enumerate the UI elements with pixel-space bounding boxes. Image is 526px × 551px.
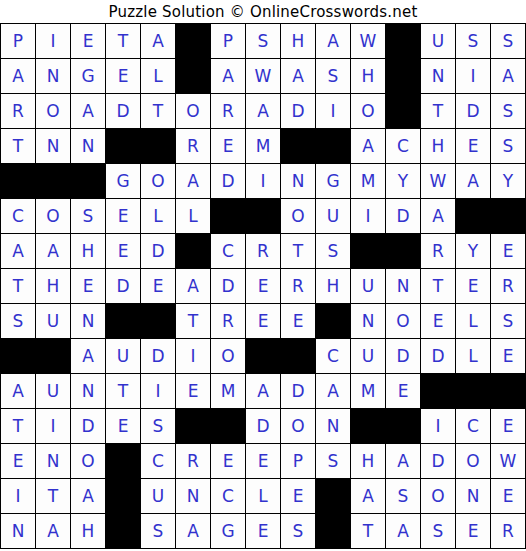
black-cell <box>316 514 351 549</box>
letter-cell: E <box>246 514 281 549</box>
letter-cell: E <box>211 129 246 164</box>
crossword-grid: PIETAPSHAWUSSANGELAWASHNIAROADTORADIOTDS… <box>0 23 526 549</box>
letter-cell: E <box>491 234 526 269</box>
black-cell <box>386 24 421 59</box>
black-cell <box>386 234 421 269</box>
letter-cell: R <box>211 304 246 339</box>
letter-cell: A <box>351 129 386 164</box>
letter-cell: A <box>1 374 36 409</box>
letter-cell: A <box>281 59 316 94</box>
letter-cell: S <box>141 514 176 549</box>
letter-cell: S <box>1 304 36 339</box>
letter-cell: I <box>176 339 211 374</box>
black-cell <box>386 409 421 444</box>
letter-cell: I <box>246 164 281 199</box>
letter-cell: H <box>351 59 386 94</box>
letter-cell: L <box>141 59 176 94</box>
letter-cell: I <box>36 409 71 444</box>
letter-cell: A <box>71 94 106 129</box>
letter-cell: N <box>316 409 351 444</box>
letter-cell: S <box>316 444 351 479</box>
letter-cell: T <box>281 234 316 269</box>
letter-cell: A <box>176 164 211 199</box>
letter-cell: A <box>141 24 176 59</box>
letter-cell: G <box>316 164 351 199</box>
letter-cell: I <box>141 374 176 409</box>
letter-cell: S <box>141 409 176 444</box>
letter-cell: D <box>71 409 106 444</box>
letter-cell: O <box>141 164 176 199</box>
letter-cell: E <box>491 479 526 514</box>
letter-cell: E <box>456 514 491 549</box>
black-cell <box>106 129 141 164</box>
letter-cell: L <box>246 479 281 514</box>
black-cell <box>71 164 106 199</box>
letter-cell: D <box>106 269 141 304</box>
letter-cell: S <box>491 129 526 164</box>
letter-cell: N <box>36 129 71 164</box>
black-cell <box>141 304 176 339</box>
letter-cell: E <box>386 374 421 409</box>
letter-cell: A <box>246 94 281 129</box>
letter-cell: H <box>281 24 316 59</box>
black-cell <box>491 199 526 234</box>
letter-cell: D <box>281 94 316 129</box>
letter-cell: P <box>211 24 246 59</box>
letter-cell: E <box>71 24 106 59</box>
letter-cell: O <box>281 199 316 234</box>
letter-cell: E <box>246 304 281 339</box>
letter-cell: U <box>141 479 176 514</box>
black-cell <box>106 479 141 514</box>
black-cell <box>386 59 421 94</box>
black-cell <box>246 339 281 374</box>
letter-cell: R <box>491 269 526 304</box>
letter-cell: H <box>316 269 351 304</box>
letter-cell: T <box>1 409 36 444</box>
letter-cell: O <box>71 444 106 479</box>
letter-cell: C <box>386 129 421 164</box>
letter-cell: O <box>421 479 456 514</box>
letter-cell: S <box>456 24 491 59</box>
letter-cell: E <box>246 444 281 479</box>
letter-cell: I <box>421 409 456 444</box>
letter-cell: N <box>71 374 106 409</box>
letter-cell: N <box>281 164 316 199</box>
letter-cell: W <box>351 24 386 59</box>
letter-cell: A <box>246 374 281 409</box>
letter-cell: U <box>36 374 71 409</box>
letter-cell: S <box>491 24 526 59</box>
letter-cell: R <box>176 129 211 164</box>
letter-cell: R <box>1 94 36 129</box>
black-cell <box>211 199 246 234</box>
letter-cell: O <box>386 304 421 339</box>
letter-cell: L <box>456 339 491 374</box>
letter-cell: H <box>36 269 71 304</box>
letter-cell: A <box>316 374 351 409</box>
letter-cell: E <box>246 269 281 304</box>
letter-cell: S <box>281 514 316 549</box>
letter-cell: E <box>106 234 141 269</box>
letter-cell: L <box>176 199 211 234</box>
black-cell <box>456 199 491 234</box>
letter-cell: A <box>1 234 36 269</box>
black-cell <box>351 409 386 444</box>
letter-cell: N <box>71 129 106 164</box>
letter-cell: L <box>141 199 176 234</box>
letter-cell: A <box>386 444 421 479</box>
letter-cell: S <box>316 59 351 94</box>
letter-cell: Y <box>456 234 491 269</box>
letter-cell: U <box>351 269 386 304</box>
black-cell <box>211 409 246 444</box>
letter-cell: R <box>211 94 246 129</box>
letter-cell: S <box>491 94 526 129</box>
letter-cell: O <box>281 409 316 444</box>
letter-cell: S <box>386 479 421 514</box>
black-cell <box>176 24 211 59</box>
letter-cell: A <box>386 514 421 549</box>
letter-cell: A <box>491 59 526 94</box>
letter-cell: S <box>316 234 351 269</box>
letter-cell: H <box>351 444 386 479</box>
letter-cell: A <box>211 59 246 94</box>
black-cell <box>106 444 141 479</box>
letter-cell: G <box>106 164 141 199</box>
letter-cell: T <box>106 374 141 409</box>
letter-cell: G <box>71 59 106 94</box>
letter-cell: U <box>351 339 386 374</box>
letter-cell: G <box>211 514 246 549</box>
letter-cell: N <box>386 269 421 304</box>
black-cell <box>106 514 141 549</box>
letter-cell: D <box>386 339 421 374</box>
letter-cell: T <box>141 94 176 129</box>
letter-cell: M <box>246 129 281 164</box>
letter-cell: A <box>71 479 106 514</box>
black-cell <box>36 339 71 374</box>
letter-cell: R <box>281 269 316 304</box>
black-cell <box>106 304 141 339</box>
letter-cell: A <box>316 24 351 59</box>
letter-cell: E <box>1 444 36 479</box>
letter-cell: A <box>36 234 71 269</box>
letter-cell: E <box>106 199 141 234</box>
letter-cell: T <box>176 304 211 339</box>
letter-cell: D <box>211 164 246 199</box>
letter-cell: I <box>1 479 36 514</box>
letter-cell: A <box>351 479 386 514</box>
letter-cell: H <box>71 234 106 269</box>
letter-cell: E <box>421 304 456 339</box>
letter-cell: E <box>176 374 211 409</box>
letter-cell: N <box>36 444 71 479</box>
letter-cell: O <box>36 199 71 234</box>
black-cell <box>281 339 316 374</box>
letter-cell: H <box>421 129 456 164</box>
black-cell <box>491 374 526 409</box>
letter-cell: S <box>71 199 106 234</box>
letter-cell: U <box>421 24 456 59</box>
letter-cell: U <box>316 199 351 234</box>
letter-cell: C <box>1 199 36 234</box>
black-cell <box>456 374 491 409</box>
letter-cell: O <box>456 444 491 479</box>
letter-cell: D <box>421 444 456 479</box>
letter-cell: T <box>351 514 386 549</box>
letter-cell: S <box>491 304 526 339</box>
letter-cell: E <box>456 269 491 304</box>
letter-cell: S <box>246 24 281 59</box>
letter-cell: E <box>491 409 526 444</box>
letter-cell: S <box>421 514 456 549</box>
letter-cell: H <box>71 514 106 549</box>
letter-cell: P <box>1 24 36 59</box>
letter-cell: R <box>246 234 281 269</box>
letter-cell: D <box>211 269 246 304</box>
letter-cell: M <box>351 374 386 409</box>
letter-cell: E <box>71 269 106 304</box>
letter-cell: E <box>491 339 526 374</box>
letter-cell: T <box>1 269 36 304</box>
letter-cell: N <box>176 479 211 514</box>
black-cell <box>141 129 176 164</box>
letter-cell: O <box>176 94 211 129</box>
letter-cell: O <box>36 94 71 129</box>
letter-cell: C <box>211 234 246 269</box>
letter-cell: I <box>36 24 71 59</box>
letter-cell: D <box>421 339 456 374</box>
black-cell <box>386 94 421 129</box>
letter-cell: T <box>1 129 36 164</box>
letter-cell: E <box>211 444 246 479</box>
letter-cell: L <box>456 304 491 339</box>
letter-cell: W <box>421 164 456 199</box>
letter-cell: A <box>456 164 491 199</box>
letter-cell: Y <box>491 164 526 199</box>
letter-cell: U <box>36 304 71 339</box>
letter-cell: E <box>141 269 176 304</box>
letter-cell: C <box>211 479 246 514</box>
letter-cell: A <box>421 199 456 234</box>
letter-cell: D <box>246 409 281 444</box>
page-title: Puzzle Solution © OnlineCrosswords.net <box>0 0 526 23</box>
black-cell <box>281 129 316 164</box>
black-cell <box>316 129 351 164</box>
black-cell <box>351 234 386 269</box>
letter-cell: D <box>456 94 491 129</box>
letter-cell: I <box>316 94 351 129</box>
letter-cell: R <box>421 234 456 269</box>
letter-cell: E <box>106 409 141 444</box>
letter-cell: E <box>281 479 316 514</box>
letter-cell: N <box>456 479 491 514</box>
letter-cell: D <box>281 374 316 409</box>
letter-cell: R <box>176 444 211 479</box>
letter-cell: N <box>1 514 36 549</box>
letter-cell: I <box>456 59 491 94</box>
black-cell <box>176 409 211 444</box>
black-cell <box>176 234 211 269</box>
letter-cell: O <box>211 339 246 374</box>
letter-cell: D <box>141 339 176 374</box>
letter-cell: N <box>351 304 386 339</box>
letter-cell: I <box>351 199 386 234</box>
letter-cell: A <box>36 514 71 549</box>
black-cell <box>316 479 351 514</box>
letter-cell: A <box>176 269 211 304</box>
letter-cell: N <box>36 59 71 94</box>
letter-cell: C <box>316 339 351 374</box>
crossword-solution-page: Puzzle Solution © OnlineCrosswords.net P… <box>0 0 526 551</box>
letter-cell: W <box>246 59 281 94</box>
letter-cell: E <box>281 304 316 339</box>
letter-cell: D <box>106 94 141 129</box>
letter-cell: C <box>141 444 176 479</box>
letter-cell: A <box>176 514 211 549</box>
letter-cell: N <box>71 304 106 339</box>
letter-cell: T <box>36 479 71 514</box>
black-cell <box>246 199 281 234</box>
black-cell <box>316 304 351 339</box>
letter-cell: U <box>106 339 141 374</box>
letter-cell: D <box>141 234 176 269</box>
letter-cell: T <box>106 24 141 59</box>
letter-cell: Y <box>386 164 421 199</box>
letter-cell: E <box>106 59 141 94</box>
letter-cell: M <box>211 374 246 409</box>
black-cell <box>36 164 71 199</box>
letter-cell: T <box>421 94 456 129</box>
black-cell <box>421 374 456 409</box>
letter-cell: M <box>351 164 386 199</box>
black-cell <box>1 339 36 374</box>
letter-cell: A <box>1 59 36 94</box>
letter-cell: W <box>491 444 526 479</box>
letter-cell: P <box>281 444 316 479</box>
letter-cell: D <box>386 199 421 234</box>
letter-cell: O <box>351 94 386 129</box>
black-cell <box>1 164 36 199</box>
letter-cell: C <box>456 409 491 444</box>
letter-cell: A <box>71 339 106 374</box>
letter-cell: T <box>421 269 456 304</box>
letter-cell: R <box>491 514 526 549</box>
letter-cell: E <box>456 129 491 164</box>
letter-cell: N <box>421 59 456 94</box>
black-cell <box>176 59 211 94</box>
